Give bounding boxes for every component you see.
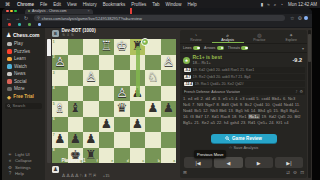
- panel-toggles: LinesArrowsThreats▾: [180, 44, 307, 53]
- chess-board[interactable]: 1♖♔♜2♙♙3♙♘4♙♟5♗♝♛♟♟6♟♟7♟♟♟8hg♚f♜edcba★: [52, 39, 176, 163]
- rank-label: 1: [53, 40, 55, 44]
- square[interactable]: ♖: [99, 39, 115, 55]
- analysis-panel: ◔Review⌕Analysis◎Practice✦Explore LinesA…: [180, 30, 307, 178]
- menubar-clock: Mon 12:42 AM: [288, 2, 317, 7]
- engine-lines: -9.219. Kd2 Qxb3 20. axb3 Rxe1 21. Kxe1-…: [180, 67, 307, 87]
- puzzles-icon: [7, 49, 12, 54]
- search-icon: [7, 104, 11, 108]
- panel-settings-icon[interactable]: ⚙: [293, 170, 297, 175]
- line-eval: -12.4: [184, 82, 194, 86]
- square[interactable]: ♟: [145, 101, 161, 117]
- close-window-button[interactable]: [6, 10, 9, 13]
- square[interactable]: [161, 132, 177, 148]
- file-label: b: [158, 159, 160, 163]
- toggle-label: Arrows: [204, 46, 215, 50]
- file-label: f: [97, 159, 98, 163]
- lock-icon: ⚲: [37, 16, 40, 20]
- square[interactable]: [145, 55, 161, 71]
- search-icon[interactable]: ⌕: [274, 2, 277, 7]
- expand-icon[interactable]: ⊡: [300, 170, 304, 175]
- square[interactable]: [114, 55, 130, 71]
- square[interactable]: [161, 117, 177, 133]
- tab-label: Review: [190, 38, 201, 42]
- tab-favicon: [28, 10, 31, 13]
- menu-item-bookmarks[interactable]: Bookmarks: [103, 2, 126, 7]
- white-king: ♔: [114, 39, 130, 55]
- sidebar-item-news[interactable]: News: [2, 70, 45, 78]
- toggle-switch[interactable]: [217, 46, 224, 50]
- rank-label: 7: [53, 133, 55, 137]
- white-pawn: ♙: [161, 55, 177, 71]
- square[interactable]: 8h: [52, 148, 68, 164]
- square[interactable]: [83, 55, 99, 71]
- macos-menubar: ⌘ ChromeFileEditViewHistoryBookmarksProf…: [0, 0, 320, 8]
- square[interactable]: ♟: [99, 117, 115, 133]
- best-move-subline: 18... Rc1+: [193, 61, 222, 66]
- square[interactable]: [161, 39, 177, 55]
- square[interactable]: a: [161, 148, 177, 164]
- extensions-icon[interactable]: ⚙: [298, 15, 302, 21]
- sidebar-item-more[interactable]: More: [2, 85, 45, 93]
- bookmark-icon: ☆: [229, 145, 233, 150]
- square[interactable]: [145, 132, 161, 148]
- screen: ⌘ ChromeFileEditViewHistoryBookmarksProf…: [0, 0, 320, 180]
- apple-menu-icon[interactable]: ⌘: [5, 1, 10, 7]
- save-analysis-label: Save Analysis: [233, 145, 258, 150]
- line-eval: -8.7: [184, 75, 192, 79]
- square[interactable]: [99, 101, 115, 117]
- file-label: a: [173, 159, 175, 163]
- best-move-arrow: [136, 46, 141, 97]
- sidebar-bottom-label: Collapse: [15, 158, 32, 163]
- evaluation-bar: [47, 39, 51, 163]
- evaluation-score: -9.2: [293, 57, 304, 63]
- more-icon: [7, 87, 12, 92]
- top-player-bar: B Dev-BOT (1000) ♞♝♞: [52, 28, 176, 38]
- sidebar-item-label: Play: [14, 41, 23, 46]
- window-controls[interactable]: [6, 10, 19, 13]
- rank-label: 6: [53, 117, 55, 121]
- watch-icon: [7, 64, 12, 69]
- square[interactable]: ♙: [114, 86, 130, 102]
- square[interactable]: [145, 117, 161, 133]
- square[interactable]: ♔: [114, 39, 130, 55]
- square[interactable]: 3: [52, 70, 68, 86]
- square[interactable]: [83, 117, 99, 133]
- bookmark-favicon: [28, 23, 31, 26]
- diamond-icon: ◆: [7, 94, 11, 100]
- control-center-icon[interactable]: ◔: [280, 2, 283, 7]
- bookmark-item[interactable]: [8, 23, 12, 26]
- rank-label: 2: [53, 55, 55, 59]
- square[interactable]: 2♙: [52, 55, 68, 71]
- rank-label: 5: [53, 102, 55, 106]
- square[interactable]: [83, 101, 99, 117]
- collapse-icon: «: [7, 158, 13, 163]
- square[interactable]: [130, 132, 146, 148]
- sidebar-item-play[interactable]: Play: [2, 40, 45, 48]
- opening-bar: French Defense: Advance Variation ⤴ ⚙: [182, 88, 305, 95]
- square[interactable]: [68, 55, 84, 71]
- menu-item-help[interactable]: Help: [188, 2, 197, 7]
- sidebar-item-label: Learn: [14, 56, 26, 61]
- engine-line[interactable]: -12.419. Rxc1 Qxd4+ 20. Ke2 Qd2#: [182, 81, 305, 87]
- opening-name[interactable]: French Defense: Advance Variation: [184, 90, 240, 94]
- search-input[interactable]: Search: [5, 103, 42, 109]
- sidebar: ♟ Chess.com PlayPuzzlesLearnWatchNewsSoc…: [2, 28, 45, 180]
- toggle-arrows: Arrows: [204, 46, 224, 50]
- play-icon: [7, 42, 12, 47]
- line-eval: -9.2: [184, 68, 192, 72]
- move-list[interactable]: 1. e4 e6 2. d4 d5 3. e5 c5 4. c3 cxd4 5.…: [183, 96, 304, 138]
- square[interactable]: [161, 70, 177, 86]
- reload-button[interactable]: ↻: [24, 15, 28, 21]
- white-knight: ♘: [145, 70, 161, 86]
- menu-item-chrome[interactable]: Chrome: [17, 2, 34, 7]
- square[interactable]: [68, 86, 84, 102]
- search-placeholder: Search: [13, 103, 26, 108]
- share-icon[interactable]: ⤴: [295, 89, 297, 94]
- white-pawn: ♙: [114, 86, 130, 102]
- square[interactable]: b: [145, 148, 161, 164]
- sidebar-item-label: Social: [14, 79, 27, 84]
- sidebar-item-watch[interactable]: Watch: [2, 63, 45, 71]
- black-pawn: ♟: [130, 117, 146, 133]
- chesscom-page: ♟ Chess.com PlayPuzzlesLearnWatchNewsSoc…: [2, 28, 312, 180]
- square[interactable]: f♜: [83, 148, 99, 164]
- square[interactable]: ♟: [161, 101, 177, 117]
- white-pawn: ♙: [83, 70, 99, 86]
- bookmark-favicon: [18, 23, 21, 26]
- best-move-star-icon: ★: [183, 57, 190, 64]
- square[interactable]: ♟: [68, 132, 84, 148]
- wifi-icon[interactable]: ≈: [267, 2, 269, 7]
- menubar-status-area: ▮ ≈ ⌕ ◔ Mon 12:42 AM: [259, 2, 317, 7]
- black-pawn: ♟: [99, 117, 115, 133]
- panel-tabs: ◔Review⌕Analysis◎Practice✦Explore: [180, 30, 307, 44]
- file-label: h: [65, 159, 67, 163]
- free-trial-button[interactable]: ◆ Free Trial: [2, 93, 45, 101]
- panel-scrollbar[interactable]: [308, 30, 311, 178]
- eval-white-portion: [47, 39, 51, 56]
- square[interactable]: [161, 86, 177, 102]
- tab-analysis[interactable]: ⌕Analysis: [212, 30, 244, 43]
- chevron-down-icon[interactable]: ▾: [302, 46, 304, 51]
- tab-close-icon[interactable]: ×: [84, 9, 89, 13]
- forward-button[interactable]: →: [15, 15, 20, 21]
- sidebar-item-puzzles[interactable]: Puzzles: [2, 48, 45, 56]
- rank-label: 8: [53, 148, 55, 152]
- white-rook: ♖: [99, 39, 115, 55]
- toggle-lines: Lines: [183, 46, 200, 50]
- square[interactable]: g♚: [68, 148, 84, 164]
- browser-tab[interactable]: Analysis - Chess.com ×: [25, 9, 93, 14]
- best-move-badge: ★: [141, 38, 149, 46]
- square[interactable]: ♛: [114, 101, 130, 117]
- black-bishop: ♝: [68, 101, 84, 117]
- board-area: B Dev-BOT (1000) ♞♝♞ 1♖♔♜2♙♙3♙♘4♙♟5♗♝♛♟♟…: [45, 28, 180, 180]
- browser-toolbar: ← → ↻ ⚲ chess.com/analysis/game/live/124…: [2, 14, 312, 22]
- game-review-button[interactable]: Game Review: [211, 134, 277, 143]
- panel-utility-row: ⊞ ⇄ ⚙ ⊡: [183, 170, 304, 175]
- settings-icon[interactable]: ⚙: [299, 89, 303, 94]
- tab-label: Explore: [285, 38, 297, 42]
- menu-item-history[interactable]: History: [83, 2, 97, 7]
- square[interactable]: [99, 86, 115, 102]
- bookmark-favicon: [38, 23, 41, 26]
- square[interactable]: 7♟: [52, 132, 68, 148]
- first-move-button[interactable]: |◀: [184, 157, 212, 168]
- square[interactable]: 4: [52, 86, 68, 102]
- learn-icon: [7, 57, 12, 62]
- line-moves: 19. Rxc1 Qxd4+ 20. Ke2 Qd2#: [195, 82, 244, 86]
- best-move-banner: ★ Rc1+ is best 18... Rc1+ -9.2: [180, 53, 307, 67]
- file-label: d: [127, 159, 129, 163]
- light-ui-icon: ☀: [7, 152, 13, 157]
- toggle-switch[interactable]: [241, 46, 248, 50]
- line-moves: 19. Re2 Qxb3 20. axb3 Rc7 21. Bg4: [193, 75, 251, 79]
- top-player-avatar[interactable]: B: [52, 30, 59, 37]
- url-bar[interactable]: ⚲ chess.com/analysis/game/live/124953829…: [34, 15, 284, 21]
- square[interactable]: [114, 117, 130, 133]
- square[interactable]: [99, 55, 115, 71]
- menu-item-profiles[interactable]: Profiles: [131, 2, 146, 7]
- tab-label: Practice: [253, 38, 265, 42]
- square[interactable]: [145, 86, 161, 102]
- browser-window: Analysis - Chess.com × ← → ↻ ⚲ chess.com…: [2, 8, 312, 180]
- square[interactable]: ♙: [161, 55, 177, 71]
- sidebar-item-label: More: [14, 86, 24, 91]
- square[interactable]: [114, 70, 130, 86]
- sidebar-item-label: News: [14, 71, 26, 76]
- menu-item-edit[interactable]: Edit: [53, 2, 61, 7]
- square[interactable]: [114, 132, 130, 148]
- previous-move-tooltip: Previous Move: [194, 150, 226, 158]
- news-icon: [7, 72, 12, 77]
- sidebar-item-learn[interactable]: Learn: [2, 55, 45, 63]
- square[interactable]: 1: [52, 39, 68, 55]
- board-editor-icon[interactable]: ⊞: [183, 170, 187, 175]
- bookmark-item[interactable]: [28, 23, 32, 26]
- sidebar-bottom-label: Settings: [15, 165, 31, 170]
- rank-label: 3: [53, 71, 55, 75]
- bottom-captured-pieces: ♙♙♙♙♘♗♖♕: [62, 173, 97, 178]
- rank-label: 4: [53, 86, 55, 90]
- square[interactable]: [130, 101, 146, 117]
- square[interactable]: ♟: [83, 132, 99, 148]
- settings-icon: ⚙: [7, 165, 13, 170]
- square[interactable]: ♟: [130, 117, 146, 133]
- social-icon: [7, 79, 12, 84]
- square[interactable]: d: [114, 148, 130, 164]
- black-pawn: ♟: [83, 132, 99, 148]
- url-text: chess.com/analysis/game/live/12495382957…: [42, 16, 142, 21]
- line-moves: 19. Kd2 Qxb3 20. axb3 Rxe1 21. Kxe1: [193, 68, 254, 72]
- toggle-threats: Threats: [228, 46, 249, 50]
- black-queen: ♛: [114, 101, 130, 117]
- sidebar-item-social[interactable]: Social: [2, 78, 45, 86]
- magnifier-icon: [225, 136, 230, 141]
- square[interactable]: [68, 117, 84, 133]
- square[interactable]: [99, 132, 115, 148]
- sidebar-item-label: Puzzles: [14, 49, 30, 54]
- help-icon: ?: [7, 171, 13, 176]
- last-move-button[interactable]: ▶|: [275, 157, 303, 168]
- tab-review[interactable]: ◔Review: [180, 30, 212, 43]
- scrollbar-thumb[interactable]: [308, 34, 311, 62]
- menu-item-window[interactable]: Window: [166, 2, 182, 7]
- bottom-player-bar: ♟ Player2741 ♙♙♙♙♘♗♖♕ +15: [52, 164, 176, 174]
- logo-text: Chess.com: [13, 32, 40, 38]
- next-move-button[interactable]: ▶: [245, 157, 273, 168]
- bottom-player-avatar[interactable]: ♟: [52, 166, 59, 173]
- game-review-label: Game Review: [232, 136, 262, 141]
- material-score: +15: [103, 173, 110, 178]
- flip-board-icon[interactable]: ⇄: [286, 170, 290, 175]
- back-button[interactable]: ←: [6, 15, 11, 21]
- battery-icon[interactable]: ▮: [261, 2, 263, 7]
- zoom-window-button[interactable]: [14, 10, 17, 13]
- playback-controls: |◀◀▶▶|: [183, 157, 304, 168]
- tab-title: Analysis - Chess.com: [32, 9, 67, 13]
- menu-item-view[interactable]: View: [67, 2, 77, 7]
- profile-avatar[interactable]: [304, 16, 309, 21]
- engine-line[interactable]: -8.719. Re2 Qxb3 20. axb3 Rc7 21. Bg4: [182, 74, 305, 80]
- top-captured-pieces: ♞♝♞: [62, 33, 96, 38]
- sidebar-bottom-label: Help: [15, 171, 24, 176]
- menu-item-file[interactable]: File: [40, 2, 47, 7]
- square[interactable]: c: [130, 148, 146, 164]
- minimize-window-button[interactable]: [10, 10, 13, 13]
- bookmark-item[interactable]: [38, 23, 42, 26]
- square[interactable]: [83, 39, 99, 55]
- toggle-switch[interactable]: [193, 46, 200, 50]
- file-label: e: [111, 159, 113, 163]
- file-label: g: [80, 159, 82, 163]
- pawn-logo-icon: ♟: [6, 31, 11, 38]
- toolbar-right-icons: ☆ ⚙: [289, 15, 308, 21]
- move-current[interactable]: Rc1+: [248, 114, 260, 119]
- toggle-label: Lines: [183, 46, 192, 50]
- black-pawn: ♟: [161, 101, 177, 117]
- tab-practice[interactable]: ◎Practice: [244, 30, 276, 43]
- tab-explore[interactable]: ✦Explore: [275, 30, 307, 43]
- file-label: c: [142, 159, 144, 163]
- square[interactable]: [83, 86, 99, 102]
- sidebar-item-label: Watch: [14, 64, 27, 69]
- black-pawn: ♟: [145, 101, 161, 117]
- bookmark-item[interactable]: [18, 23, 22, 26]
- bookmark-star-icon[interactable]: ☆: [290, 15, 294, 21]
- square[interactable]: 6: [52, 117, 68, 133]
- engine-line[interactable]: -9.219. Kd2 Qxb3 20. axb3 Rxe1 21. Kxe1: [182, 67, 305, 73]
- sidebar-bottom-label: Light UI: [15, 152, 30, 157]
- bookmark-favicon: [8, 23, 11, 26]
- sidebar-bottom-help[interactable]: ?Help: [2, 171, 45, 178]
- tab-label: Analysis: [221, 38, 234, 42]
- square[interactable]: [68, 39, 84, 55]
- previous-move-button[interactable]: ◀: [214, 157, 242, 168]
- chesscom-logo[interactable]: ♟ Chess.com: [6, 31, 45, 38]
- menu-item-tab[interactable]: Tab: [152, 2, 159, 7]
- toggle-label: Threats: [228, 46, 240, 50]
- square[interactable]: [68, 70, 84, 86]
- square[interactable]: ♝: [68, 101, 84, 117]
- free-trial-label: Free Trial: [13, 94, 33, 99]
- black-pawn: ♟: [68, 132, 84, 148]
- square[interactable]: 5♗: [52, 101, 68, 117]
- square[interactable]: ♘: [145, 70, 161, 86]
- square[interactable]: [99, 70, 115, 86]
- square[interactable]: ♙: [83, 70, 99, 86]
